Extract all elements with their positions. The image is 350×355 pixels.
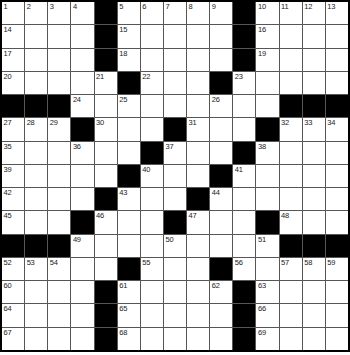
grid-cell[interactable]	[210, 328, 232, 350]
black-cell	[118, 72, 140, 94]
grid-cell[interactable]: 68	[118, 328, 140, 350]
grid-cell[interactable]	[303, 25, 325, 47]
grid-cell[interactable]	[326, 72, 348, 94]
grid-cell[interactable]: 34	[326, 118, 348, 140]
grid-cell[interactable]	[118, 118, 140, 140]
grid-cell[interactable]	[303, 281, 325, 303]
cell-number: 7	[165, 3, 169, 11]
grid-cell[interactable]: 58	[303, 258, 325, 280]
cell-number: 29	[50, 119, 58, 127]
grid-cell[interactable]	[141, 281, 163, 303]
black-cell	[280, 95, 302, 117]
grid-cell[interactable]: 16	[256, 25, 278, 47]
cell-number: 53	[27, 259, 35, 267]
crossword-page: 1234567891011121314151617181920212223242…	[0, 0, 350, 355]
cell-number: 58	[304, 259, 312, 267]
black-cell	[25, 95, 47, 117]
grid-cell[interactable]	[118, 211, 140, 233]
black-cell	[25, 235, 47, 257]
cell-number: 56	[235, 259, 243, 267]
grid-cell[interactable]	[48, 211, 70, 233]
grid-cell[interactable]: 17	[2, 49, 24, 71]
grid-cell[interactable]	[25, 165, 47, 187]
grid-cell[interactable]	[25, 328, 47, 350]
black-cell	[2, 95, 24, 117]
black-cell	[210, 258, 232, 280]
cell-number: 66	[258, 305, 266, 313]
grid-cell[interactable]	[48, 25, 70, 47]
grid-cell[interactable]	[256, 72, 278, 94]
grid-cell[interactable]: 63	[256, 281, 278, 303]
grid-cell[interactable]: 28	[25, 118, 47, 140]
grid-cell[interactable]: 9	[210, 2, 232, 24]
grid-cell[interactable]	[303, 328, 325, 350]
cell-number: 20	[4, 73, 12, 81]
grid-cell[interactable]: 27	[2, 118, 24, 140]
grid-cell[interactable]	[48, 72, 70, 94]
grid-cell[interactable]: 48	[280, 211, 302, 233]
black-cell	[71, 118, 93, 140]
grid-cell[interactable]: 57	[280, 258, 302, 280]
cell-number: 49	[73, 236, 81, 244]
grid-cell[interactable]: 36	[71, 142, 93, 164]
cell-number: 25	[119, 96, 127, 104]
grid-cell[interactable]	[48, 142, 70, 164]
grid-cell[interactable]	[95, 142, 117, 164]
grid-cell[interactable]	[71, 72, 93, 94]
grid-cell[interactable]: 69	[256, 328, 278, 350]
black-cell	[95, 281, 117, 303]
grid-cell[interactable]	[187, 142, 209, 164]
grid-cell[interactable]	[71, 165, 93, 187]
black-cell	[48, 95, 70, 117]
black-cell	[233, 304, 255, 326]
grid-cell[interactable]	[280, 304, 302, 326]
cell-number: 11	[281, 3, 288, 11]
grid-cell[interactable]: 60	[2, 281, 24, 303]
grid-cell[interactable]: 66	[256, 304, 278, 326]
grid-cell[interactable]	[141, 49, 163, 71]
grid-cell[interactable]	[48, 188, 70, 210]
grid-cell[interactable]	[303, 165, 325, 187]
grid-cell[interactable]: 45	[2, 211, 24, 233]
grid-cell[interactable]	[25, 142, 47, 164]
grid-cell[interactable]	[95, 95, 117, 117]
grid-cell[interactable]: 5	[118, 2, 140, 24]
grid-cell[interactable]	[48, 328, 70, 350]
black-cell	[95, 304, 117, 326]
grid-cell[interactable]: 50	[164, 235, 186, 257]
grid-cell[interactable]	[164, 72, 186, 94]
cell-number: 18	[119, 50, 127, 58]
grid-cell[interactable]: 52	[2, 258, 24, 280]
grid-cell[interactable]	[48, 165, 70, 187]
grid-cell[interactable]: 13	[326, 2, 348, 24]
grid-cell[interactable]: 64	[2, 304, 24, 326]
cell-number: 54	[50, 259, 58, 267]
grid-cell[interactable]	[326, 165, 348, 187]
grid-cell[interactable]	[256, 258, 278, 280]
grid-cell[interactable]: 7	[164, 2, 186, 24]
grid-cell[interactable]	[164, 25, 186, 47]
grid-cell[interactable]	[187, 235, 209, 257]
cell-number: 43	[119, 189, 127, 197]
grid-cell[interactable]	[210, 142, 232, 164]
cell-number: 28	[27, 119, 35, 127]
grid-cell[interactable]	[187, 165, 209, 187]
grid-cell[interactable]: 55	[141, 258, 163, 280]
grid-cell[interactable]: 33	[303, 118, 325, 140]
cell-number: 68	[119, 329, 127, 337]
grid-cell[interactable]	[303, 211, 325, 233]
cell-number: 16	[258, 26, 266, 34]
cell-number: 64	[4, 305, 12, 313]
grid-cell[interactable]	[233, 118, 255, 140]
grid-cell[interactable]: 42	[2, 188, 24, 210]
cell-number: 23	[235, 73, 243, 81]
cell-number: 35	[4, 143, 12, 151]
grid-cell[interactable]: 56	[233, 258, 255, 280]
grid-cell[interactable]	[164, 328, 186, 350]
grid-cell[interactable]: 20	[2, 72, 24, 94]
grid-cell[interactable]	[303, 304, 325, 326]
grid-cell[interactable]	[326, 211, 348, 233]
cell-number: 50	[165, 236, 173, 244]
grid-cell[interactable]	[25, 304, 47, 326]
grid-cell[interactable]	[118, 235, 140, 257]
grid-cell[interactable]: 38	[256, 142, 278, 164]
black-cell	[256, 118, 278, 140]
black-cell	[118, 165, 140, 187]
grid-cell[interactable]: 31	[187, 118, 209, 140]
black-cell	[256, 211, 278, 233]
grid-cell[interactable]	[280, 188, 302, 210]
black-cell	[2, 235, 24, 257]
grid-cell[interactable]	[71, 328, 93, 350]
black-cell	[233, 142, 255, 164]
grid-cell[interactable]: 46	[95, 211, 117, 233]
grid-cell[interactable]: 32	[280, 118, 302, 140]
grid-cell[interactable]	[187, 281, 209, 303]
black-cell	[95, 328, 117, 350]
grid-cell[interactable]	[303, 49, 325, 71]
grid-cell[interactable]	[280, 72, 302, 94]
grid-cell[interactable]	[187, 49, 209, 71]
grid-cell[interactable]	[71, 49, 93, 71]
black-cell	[233, 49, 255, 71]
grid-cell[interactable]	[164, 49, 186, 71]
cell-number: 19	[258, 50, 266, 58]
cell-number: 21	[96, 73, 104, 81]
grid-cell[interactable]	[280, 328, 302, 350]
cell-number: 44	[212, 189, 220, 197]
black-cell	[326, 95, 348, 117]
cell-number: 59	[327, 259, 335, 267]
grid-cell[interactable]	[233, 235, 255, 257]
cell-number: 45	[4, 212, 12, 220]
grid-cell[interactable]: 61	[118, 281, 140, 303]
cell-number: 22	[142, 73, 150, 81]
black-cell	[233, 281, 255, 303]
cell-number: 55	[142, 259, 150, 267]
grid-cell[interactable]	[187, 258, 209, 280]
grid-cell[interactable]	[303, 72, 325, 94]
grid-cell[interactable]	[141, 304, 163, 326]
grid-cell[interactable]	[210, 304, 232, 326]
grid-cell[interactable]	[141, 118, 163, 140]
grid-cell[interactable]	[141, 25, 163, 47]
grid-cell[interactable]	[187, 95, 209, 117]
grid-cell[interactable]: 21	[95, 72, 117, 94]
grid-cell[interactable]: 22	[141, 72, 163, 94]
black-cell	[210, 165, 232, 187]
cell-number: 9	[212, 3, 216, 11]
grid-cell[interactable]	[187, 25, 209, 47]
black-cell	[233, 328, 255, 350]
grid-cell[interactable]: 8	[187, 2, 209, 24]
grid-cell[interactable]	[25, 72, 47, 94]
grid-cell[interactable]	[326, 328, 348, 350]
black-cell	[233, 2, 255, 24]
grid-cell[interactable]	[233, 188, 255, 210]
cell-number: 6	[142, 3, 146, 11]
cell-number: 15	[119, 26, 127, 34]
grid-cell[interactable]	[141, 235, 163, 257]
cell-number: 32	[281, 119, 289, 127]
grid-cell[interactable]	[256, 165, 278, 187]
cell-number: 30	[96, 119, 104, 127]
grid-cell[interactable]	[48, 281, 70, 303]
black-cell	[71, 211, 93, 233]
grid-cell[interactable]	[164, 95, 186, 117]
grid-cell[interactable]	[95, 258, 117, 280]
grid-cell[interactable]: 18	[118, 49, 140, 71]
cell-number: 41	[235, 166, 243, 174]
black-cell	[95, 188, 117, 210]
grid-cell[interactable]	[48, 304, 70, 326]
cell-number: 36	[73, 143, 81, 151]
grid-cell[interactable]	[71, 304, 93, 326]
grid-cell[interactable]	[280, 142, 302, 164]
grid-cell[interactable]: 35	[2, 142, 24, 164]
grid-cell[interactable]: 30	[95, 118, 117, 140]
cell-number: 65	[119, 305, 127, 313]
grid-cell[interactable]: 53	[25, 258, 47, 280]
black-cell	[303, 235, 325, 257]
grid-cell[interactable]: 67	[2, 328, 24, 350]
cell-number: 24	[73, 96, 81, 104]
cell-number: 47	[189, 212, 197, 220]
cell-number: 52	[4, 259, 12, 267]
grid-cell[interactable]	[141, 328, 163, 350]
grid-cell[interactable]	[303, 142, 325, 164]
grid-cell[interactable]: 65	[118, 304, 140, 326]
grid-cell[interactable]	[164, 188, 186, 210]
grid-cell[interactable]	[187, 328, 209, 350]
grid-cell[interactable]: 25	[118, 95, 140, 117]
cell-number: 3	[50, 3, 54, 11]
cell-number: 48	[281, 212, 289, 220]
grid-cell[interactable]: 10	[256, 2, 278, 24]
grid-cell[interactable]	[326, 49, 348, 71]
grid-cell[interactable]: 19	[256, 49, 278, 71]
black-cell	[326, 235, 348, 257]
grid-cell[interactable]	[71, 25, 93, 47]
cell-number: 10	[258, 3, 266, 11]
grid-cell[interactable]: 4	[71, 2, 93, 24]
grid-cell[interactable]	[210, 235, 232, 257]
grid-cell[interactable]	[326, 142, 348, 164]
grid-cell[interactable]	[25, 211, 47, 233]
grid-cell[interactable]: 41	[233, 165, 255, 187]
grid-cell[interactable]	[280, 49, 302, 71]
grid-cell[interactable]	[280, 281, 302, 303]
cell-number: 4	[73, 3, 77, 11]
grid-cell[interactable]	[95, 235, 117, 257]
grid-cell[interactable]: 37	[164, 142, 186, 164]
cell-number: 33	[304, 119, 312, 127]
cell-number: 17	[4, 50, 12, 58]
grid-cell[interactable]: 11	[280, 2, 302, 24]
cell-number: 39	[4, 166, 12, 174]
cell-number: 26	[212, 96, 220, 104]
grid-cell[interactable]	[25, 49, 47, 71]
black-cell	[187, 188, 209, 210]
grid-cell[interactable]	[303, 188, 325, 210]
black-cell	[95, 2, 117, 24]
grid-cell[interactable]	[141, 95, 163, 117]
grid-cell[interactable]	[280, 25, 302, 47]
grid-cell[interactable]: 49	[71, 235, 93, 257]
cell-number: 62	[212, 282, 220, 290]
black-cell	[210, 72, 232, 94]
grid-cell[interactable]	[164, 281, 186, 303]
black-cell	[280, 235, 302, 257]
grid-cell[interactable]: 47	[187, 211, 209, 233]
grid-cell[interactable]	[71, 258, 93, 280]
grid-cell[interactable]	[48, 49, 70, 71]
grid-cell[interactable]: 14	[2, 25, 24, 47]
black-cell	[303, 95, 325, 117]
cell-number: 61	[119, 282, 127, 290]
grid-cell[interactable]: 1	[2, 2, 24, 24]
grid-cell[interactable]	[71, 281, 93, 303]
grid-cell[interactable]: 43	[118, 188, 140, 210]
grid-cell[interactable]	[25, 281, 47, 303]
grid-cell[interactable]	[164, 258, 186, 280]
cell-number: 57	[281, 259, 289, 267]
grid-cell[interactable]	[141, 211, 163, 233]
grid-cell[interactable]	[280, 165, 302, 187]
grid-cell[interactable]: 6	[141, 2, 163, 24]
grid-cell[interactable]	[164, 304, 186, 326]
cell-number: 31	[189, 119, 197, 127]
grid-cell[interactable]	[71, 188, 93, 210]
cell-number: 40	[142, 166, 150, 174]
black-cell	[95, 49, 117, 71]
grid-cell[interactable]	[210, 25, 232, 47]
grid-cell[interactable]	[233, 211, 255, 233]
grid-cell[interactable]: 51	[256, 235, 278, 257]
black-cell	[95, 25, 117, 47]
cell-number: 46	[96, 212, 104, 220]
grid-cell[interactable]	[326, 188, 348, 210]
grid-cell[interactable]: 15	[118, 25, 140, 47]
grid-cell[interactable]	[233, 95, 255, 117]
grid-cell[interactable]	[326, 25, 348, 47]
grid-cell[interactable]	[118, 142, 140, 164]
cell-number: 8	[189, 3, 193, 11]
cell-number: 34	[327, 119, 335, 127]
grid-cell[interactable]: 40	[141, 165, 163, 187]
cell-number: 67	[4, 329, 12, 337]
black-cell	[118, 258, 140, 280]
grid-cell[interactable]	[187, 304, 209, 326]
black-cell	[164, 118, 186, 140]
grid-cell[interactable]	[210, 211, 232, 233]
cell-number: 1	[4, 3, 8, 11]
cell-number: 42	[4, 189, 12, 197]
grid-cell[interactable]	[95, 165, 117, 187]
cell-number: 51	[258, 236, 266, 244]
cell-number: 69	[258, 329, 266, 337]
cell-number: 60	[4, 282, 12, 290]
grid-cell[interactable]: 29	[48, 118, 70, 140]
cell-number: 38	[258, 143, 266, 151]
grid-cell[interactable]	[25, 25, 47, 47]
grid-cell[interactable]	[256, 188, 278, 210]
grid-cell[interactable]	[210, 118, 232, 140]
grid-cell[interactable]: 12	[303, 2, 325, 24]
grid-cell[interactable]	[326, 304, 348, 326]
grid-cell[interactable]	[256, 95, 278, 117]
cell-number: 14	[4, 26, 12, 34]
cell-number: 5	[119, 3, 123, 11]
grid-cell[interactable]: 59	[326, 258, 348, 280]
cell-number: 37	[165, 143, 173, 151]
grid-cell[interactable]	[187, 72, 209, 94]
grid-cell[interactable]: 54	[48, 258, 70, 280]
black-cell	[233, 25, 255, 47]
grid-cell[interactable]	[25, 188, 47, 210]
cell-number: 13	[327, 3, 335, 11]
cell-number: 63	[258, 282, 266, 290]
grid-cell[interactable]: 44	[210, 188, 232, 210]
grid-cell[interactable]	[326, 281, 348, 303]
grid-cell[interactable]: 39	[2, 165, 24, 187]
black-cell	[164, 211, 186, 233]
grid-cell[interactable]: 2	[25, 2, 47, 24]
black-cell	[141, 142, 163, 164]
grid-cell[interactable]: 23	[233, 72, 255, 94]
grid-cell[interactable]	[141, 188, 163, 210]
crossword-board: 1234567891011121314151617181920212223242…	[0, 0, 350, 352]
cell-number: 27	[4, 119, 12, 127]
grid-cell[interactable]: 24	[71, 95, 93, 117]
grid-cell[interactable]: 62	[210, 281, 232, 303]
grid-cell[interactable]	[164, 165, 186, 187]
black-cell	[48, 235, 70, 257]
cell-number: 12	[304, 3, 312, 11]
grid-cell[interactable]: 26	[210, 95, 232, 117]
grid-cell[interactable]	[210, 49, 232, 71]
grid-cell[interactable]: 3	[48, 2, 70, 24]
cell-number: 2	[27, 3, 31, 11]
